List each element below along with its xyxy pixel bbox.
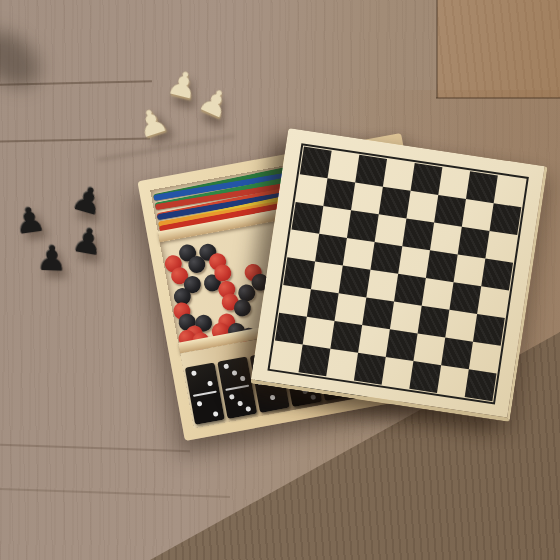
board-square	[307, 289, 339, 321]
wood-grain-seam	[0, 488, 230, 498]
domino-pip	[270, 394, 276, 400]
scene-wooden-table: ♟♟♟♟♟♟♟	[0, 0, 560, 560]
board-square	[343, 238, 375, 270]
board-square	[382, 357, 414, 389]
board-square	[323, 178, 355, 210]
board-square	[386, 329, 418, 361]
domino-pip	[232, 370, 238, 376]
board-square	[402, 218, 434, 250]
board-square	[462, 199, 494, 231]
white-pawn: ♟	[164, 64, 202, 104]
board-square	[469, 342, 501, 374]
board-square	[355, 155, 387, 187]
board-square	[299, 345, 331, 377]
board-square	[458, 227, 490, 259]
board-square	[296, 174, 328, 206]
board-square	[279, 285, 311, 317]
board-square	[311, 261, 343, 293]
board-square	[354, 353, 386, 385]
board-square	[394, 274, 426, 306]
board-square	[292, 202, 324, 234]
board-square	[441, 338, 473, 370]
board-square	[466, 171, 498, 203]
checkerboard-grid	[271, 147, 526, 402]
board-square	[454, 254, 486, 286]
wood-plank-seam	[436, 97, 560, 99]
board-square	[406, 191, 438, 223]
board-square	[437, 365, 469, 397]
board-square	[418, 306, 450, 338]
board-square	[330, 321, 362, 353]
board-square	[490, 203, 522, 235]
board-square	[426, 250, 458, 282]
board-square	[390, 302, 422, 334]
board-square	[445, 310, 477, 342]
board-square	[434, 195, 466, 227]
board-square	[465, 369, 497, 401]
board-square	[351, 183, 383, 215]
black-pawn: ♟	[69, 180, 108, 221]
board-square	[362, 297, 394, 329]
domino-pip	[191, 370, 197, 376]
white-pawn: ♟	[194, 81, 236, 124]
board-square	[383, 159, 415, 191]
board-square	[370, 242, 402, 274]
domino-pip	[223, 364, 229, 370]
domino-pip	[207, 381, 213, 387]
ambient-shadow	[0, 19, 51, 98]
board-square	[473, 314, 505, 346]
domino-pip	[310, 394, 316, 400]
board-square	[334, 293, 366, 325]
board-square	[271, 340, 303, 372]
board-square	[347, 210, 379, 242]
board-square	[366, 270, 398, 302]
board-square	[300, 147, 332, 179]
board-square	[327, 151, 359, 183]
table-plank-top-right	[437, 0, 560, 98]
board-square	[358, 325, 390, 357]
wood-grain-seam	[0, 444, 190, 453]
board-square	[485, 231, 517, 263]
board-square	[283, 257, 315, 289]
domino-pip	[245, 406, 251, 412]
board-square	[287, 230, 319, 262]
board-square	[413, 333, 445, 365]
board-square	[438, 167, 470, 199]
board-square	[339, 266, 371, 298]
domino-pip	[229, 394, 235, 400]
wood-grain-seam	[0, 137, 150, 142]
board-square	[430, 223, 462, 255]
board-square	[379, 187, 411, 219]
board-square	[315, 234, 347, 266]
domino-pip	[197, 401, 203, 407]
board-square	[449, 282, 481, 314]
board-square	[409, 361, 441, 393]
domino-pip	[240, 375, 246, 381]
checkerboard-lid	[250, 128, 547, 422]
board-square	[319, 206, 351, 238]
domino-pip	[212, 411, 218, 417]
board-square	[422, 278, 454, 310]
domino-pip	[237, 400, 243, 406]
board-square	[481, 259, 513, 291]
black-pawn: ♟	[36, 241, 68, 276]
board-square	[494, 176, 526, 208]
board-square	[326, 349, 358, 381]
board-square	[398, 246, 430, 278]
black-pawn: ♟	[13, 201, 48, 239]
board-square	[411, 163, 443, 195]
board-square	[477, 286, 509, 318]
board-square	[303, 317, 335, 349]
board-square	[275, 313, 307, 345]
board-square	[375, 214, 407, 246]
black-pawn: ♟	[70, 222, 106, 261]
wood-plank-seam	[436, 0, 438, 98]
